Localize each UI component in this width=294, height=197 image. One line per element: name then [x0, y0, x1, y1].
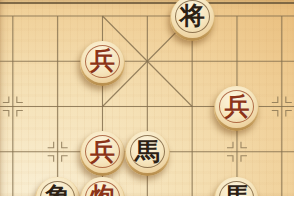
piece-character: 炮 — [80, 177, 125, 197]
xiangqi-board[interactable]: 将兵兵兵馬象炮馬 — [0, 0, 294, 196]
piece-character: 兵 — [214, 86, 259, 126]
piece-character: 兵 — [80, 41, 125, 81]
piece-character: 兵 — [80, 131, 125, 171]
piece-character: 馬 — [214, 177, 259, 197]
pieces-layer: 将兵兵兵馬象炮馬 — [0, 0, 294, 196]
piece-red-soldier[interactable]: 兵 — [214, 86, 259, 131]
piece-black-elephant[interactable]: 象 — [35, 177, 80, 197]
piece-black-horse[interactable]: 馬 — [125, 131, 170, 176]
piece-character: 将 — [170, 0, 215, 36]
piece-red-soldier[interactable]: 兵 — [80, 131, 125, 176]
piece-character: 象 — [35, 177, 80, 197]
piece-black-horse[interactable]: 馬 — [214, 177, 259, 197]
piece-black-general[interactable]: 将 — [170, 0, 215, 41]
piece-red-cannon[interactable]: 炮 — [80, 177, 125, 197]
piece-character: 馬 — [125, 131, 170, 171]
piece-red-soldier[interactable]: 兵 — [80, 41, 125, 86]
